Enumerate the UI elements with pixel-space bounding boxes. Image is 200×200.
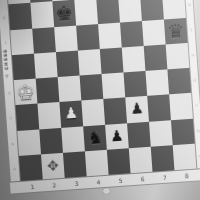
square-g8[interactable] xyxy=(162,0,186,19)
square-d8[interactable] xyxy=(167,68,191,95)
square-b6[interactable] xyxy=(127,121,151,148)
board-snap-button xyxy=(103,188,110,194)
square-c8[interactable] xyxy=(169,93,193,120)
square-a6[interactable] xyxy=(129,146,153,173)
rank-label-5: 5 xyxy=(109,174,132,187)
square-c4[interactable] xyxy=(81,99,105,126)
square-a4[interactable] xyxy=(85,150,109,177)
square-e1[interactable] xyxy=(12,53,36,80)
chess-board: hgfedcba ♙ CHESS ♚♛♚♟♟♞♟✥ hgfedcba 12345… xyxy=(0,0,200,195)
square-a8[interactable] xyxy=(173,143,197,170)
square-f6[interactable] xyxy=(120,21,144,48)
file-label-f: f xyxy=(187,17,196,43)
square-b5[interactable]: ♟ xyxy=(105,123,129,150)
square-g6[interactable] xyxy=(118,0,142,22)
board-grid: ♚♛♚♟♟♞♟✥ xyxy=(7,0,197,181)
square-b8[interactable] xyxy=(171,118,195,145)
square-c6[interactable]: ♟ xyxy=(125,96,149,123)
square-f7[interactable] xyxy=(142,19,166,46)
black-queen-piece: ♛ xyxy=(167,21,185,41)
square-g5[interactable] xyxy=(96,0,120,24)
file-label-left-d: d xyxy=(4,80,15,106)
square-b4[interactable]: ♞ xyxy=(83,124,107,151)
rank-label-3: 3 xyxy=(65,177,88,190)
square-f5[interactable] xyxy=(98,22,122,49)
square-a3[interactable] xyxy=(63,151,87,178)
square-d5[interactable] xyxy=(102,72,126,99)
square-g3[interactable]: ♚ xyxy=(52,0,76,27)
square-d3[interactable] xyxy=(58,76,82,103)
file-label-left-c: c xyxy=(6,105,17,131)
square-a5[interactable] xyxy=(107,148,131,175)
square-g7[interactable] xyxy=(140,0,164,21)
rank-label-6: 6 xyxy=(131,173,154,186)
square-d7[interactable] xyxy=(145,69,169,96)
four-arrow-emblem: ✥ xyxy=(46,159,59,174)
square-c5[interactable] xyxy=(103,98,127,125)
square-b1[interactable] xyxy=(17,129,41,156)
square-b3[interactable] xyxy=(61,126,85,153)
square-b7[interactable] xyxy=(149,120,173,147)
square-c3[interactable]: ♟ xyxy=(59,101,83,128)
file-label-e: e xyxy=(189,42,198,68)
square-b2[interactable] xyxy=(39,127,63,154)
square-f2[interactable] xyxy=(32,27,56,54)
file-label-d: d xyxy=(190,67,199,93)
square-a1[interactable] xyxy=(19,154,43,181)
square-e3[interactable] xyxy=(56,50,80,77)
black-pawn-piece: ♟ xyxy=(110,128,124,144)
file-label-left-a: a xyxy=(9,156,20,182)
square-g1[interactable] xyxy=(8,3,32,30)
square-g2[interactable] xyxy=(30,1,54,28)
square-d2[interactable] xyxy=(36,77,60,104)
file-label-a: a xyxy=(196,143,200,169)
square-c7[interactable] xyxy=(147,95,171,122)
black-king-piece: ♚ xyxy=(55,3,74,24)
square-f8[interactable]: ♛ xyxy=(164,17,188,44)
black-pawn-piece: ♟ xyxy=(130,102,144,118)
square-e7[interactable] xyxy=(144,44,168,71)
square-d6[interactable] xyxy=(123,71,147,98)
black-knight-piece: ♞ xyxy=(87,129,103,147)
file-label-left-b: b xyxy=(7,131,18,157)
square-d1[interactable]: ♚ xyxy=(14,79,38,106)
file-label-b: b xyxy=(194,118,200,144)
rank-label-1: 1 xyxy=(21,180,44,193)
rank-label-2: 2 xyxy=(43,179,66,192)
square-e6[interactable] xyxy=(122,46,146,73)
chessboard-photo: hgfedcba ♙ CHESS ♚♛♚♟♟♞♟✥ hgfedcba 12345… xyxy=(0,0,200,200)
square-e2[interactable] xyxy=(34,52,58,79)
square-a2[interactable]: ✥ xyxy=(41,153,65,180)
square-e8[interactable] xyxy=(166,43,190,70)
square-e4[interactable] xyxy=(78,49,102,76)
square-f4[interactable] xyxy=(76,24,100,51)
white-pawn-piece: ♟ xyxy=(64,106,78,122)
rank-label-4: 4 xyxy=(87,176,110,189)
file-label-c: c xyxy=(192,92,200,118)
square-e5[interactable] xyxy=(100,47,124,74)
square-f1[interactable] xyxy=(10,28,34,55)
square-a7[interactable] xyxy=(151,145,175,172)
square-c2[interactable] xyxy=(37,102,61,129)
square-f3[interactable] xyxy=(54,25,78,52)
rank-label-8: 8 xyxy=(175,170,198,183)
square-c1[interactable] xyxy=(16,104,40,131)
white-king-piece: ♚ xyxy=(16,81,35,102)
brand-pawn-icon: ♙ xyxy=(4,72,9,78)
square-g4[interactable] xyxy=(74,0,98,25)
rank-label-7: 7 xyxy=(153,171,176,184)
square-d4[interactable] xyxy=(80,74,104,101)
file-label-g: g xyxy=(185,0,194,17)
